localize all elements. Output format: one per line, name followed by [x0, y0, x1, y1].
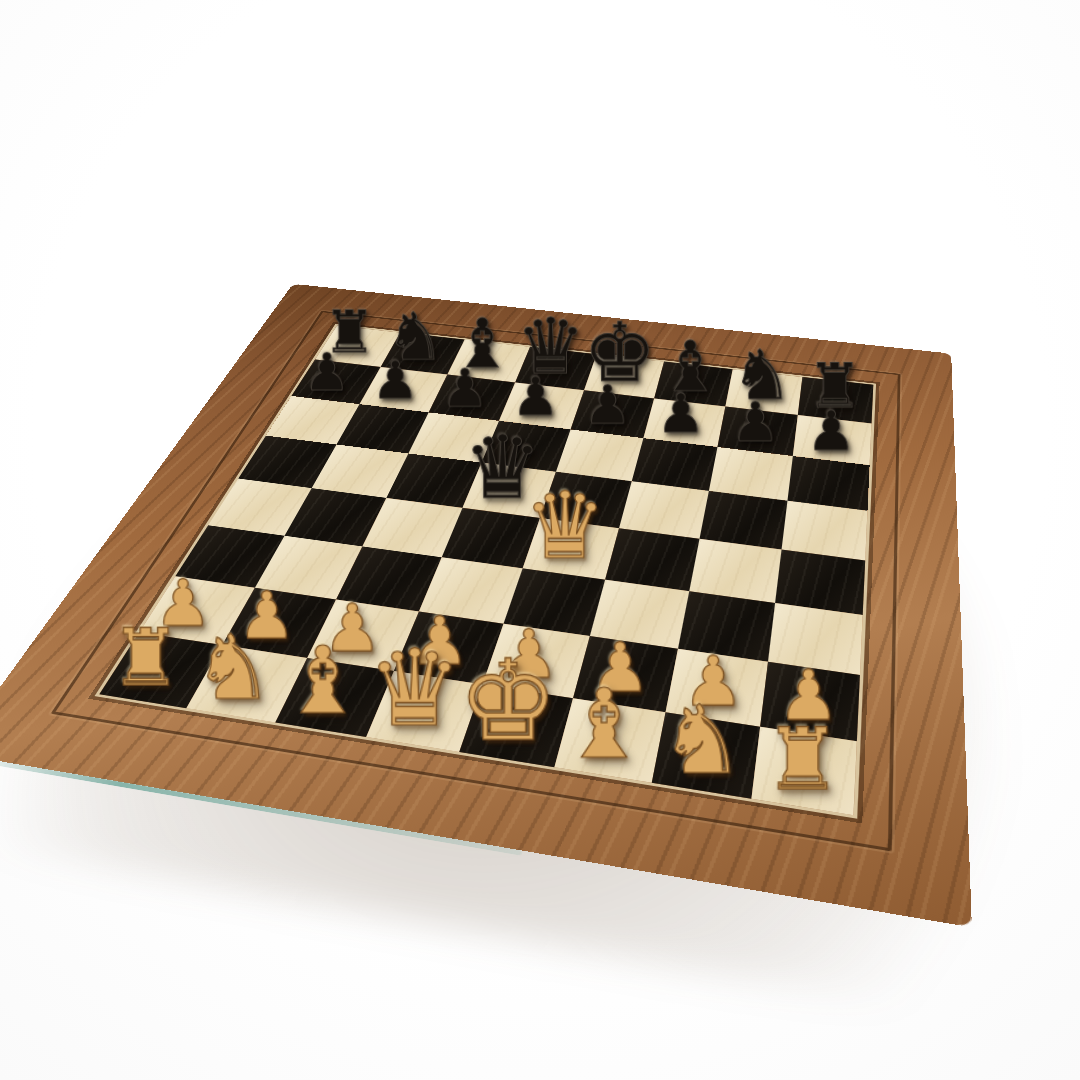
piece-black-pawn-e7[interactable]: ♟ [584, 380, 632, 431]
rosewood-board-frame: ♜♞♝♛♚♝♞♜♟♟♟♟♟♟♟♟♛♛♟♟♟♟♟♟♟♟♜♞♝♛♚♝♞♜ [0, 284, 972, 928]
square-f7[interactable]: ♟ [643, 398, 725, 447]
piece-white-king-e1[interactable]: ♚ [458, 648, 558, 754]
piece-white-queen-d1[interactable]: ♛ [367, 639, 462, 739]
square-f1[interactable]: ♝ [554, 698, 665, 783]
piece-black-pawn-f7[interactable]: ♟ [657, 388, 705, 439]
square-f5[interactable] [619, 481, 709, 539]
piece-black-pawn-g7[interactable]: ♟ [731, 397, 780, 449]
piece-white-knight-b1[interactable]: ♞ [193, 625, 273, 710]
piece-black-pawn-h7[interactable]: ♟ [807, 405, 856, 457]
square-g1[interactable]: ♞ [652, 712, 760, 798]
piece-white-bishop-c1[interactable]: ♝ [281, 636, 364, 724]
board-grid: ♜♞♝♛♚♝♞♜♟♟♟♟♟♟♟♟♛♛♟♟♟♟♟♟♟♟♜♞♝♛♚♝♞♜ [99, 325, 873, 815]
scene: ♜♞♝♛♚♝♞♜♟♟♟♟♟♟♟♟♛♛♟♟♟♟♟♟♟♟♜♞♝♛♚♝♞♜ [0, 0, 1080, 1080]
piece-white-knight-g1[interactable]: ♞ [660, 695, 745, 785]
product-photo-stage: ♜♞♝♛♚♝♞♜♟♟♟♟♟♟♟♟♛♛♟♟♟♟♟♟♟♟♜♞♝♛♚♝♞♜ [0, 0, 1080, 1080]
piece-black-pawn-a7[interactable]: ♟ [304, 348, 350, 397]
square-e1[interactable]: ♚ [459, 685, 573, 768]
piece-white-bishop-f1[interactable]: ♝ [561, 678, 647, 769]
square-a4[interactable] [208, 479, 311, 536]
square-g5[interactable] [699, 491, 787, 550]
piece-white-rook-h1[interactable]: ♜ [764, 720, 841, 801]
chessboard: ♜♞♝♛♚♝♞♜♟♟♟♟♟♟♟♟♛♛♟♟♟♟♟♟♟♟♜♞♝♛♚♝♞♜ [0, 284, 972, 928]
piece-white-rook-a1[interactable]: ♜ [110, 621, 181, 696]
piece-black-pawn-b7[interactable]: ♟ [372, 356, 419, 405]
piece-white-queen-e4[interactable]: ♛ [524, 482, 607, 570]
piece-black-pawn-d7[interactable]: ♟ [512, 372, 559, 422]
square-h1[interactable]: ♜ [751, 727, 856, 815]
square-h4[interactable] [775, 550, 865, 615]
square-b6[interactable] [337, 404, 429, 453]
piece-black-pawn-c7[interactable]: ♟ [442, 364, 489, 414]
